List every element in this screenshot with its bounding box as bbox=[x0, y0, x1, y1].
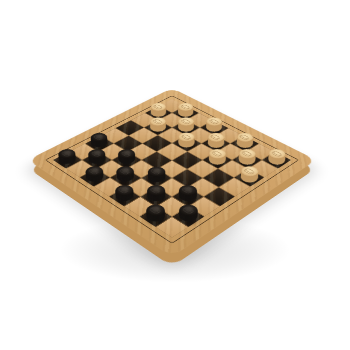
checkers-board: ⛀⛀⛀⛀⛀⛀⛀⛀⛀⛀⛀⛀⛂⛂⛂⛂⛂⛂⛂⛂⛂⛂⛂⛂ bbox=[28, 88, 316, 257]
square-r3c6[interactable]: ⛀ bbox=[203, 152, 231, 168]
board-grid: ⛀⛀⛀⛀⛀⛀⛀⛀⛀⛀⛀⛀⛂⛂⛂⛂⛂⛂⛂⛂⛂⛂⛂⛂ bbox=[53, 99, 291, 237]
product-photo-scene: ⛀⛀⛀⛀⛀⛀⛀⛀⛀⛀⛀⛀⛂⛂⛂⛂⛂⛂⛂⛂⛂⛂⛂⛂ bbox=[0, 0, 350, 350]
checker-black[interactable]: ⛂ bbox=[56, 154, 79, 167]
board-surface: ⛀⛀⛀⛀⛀⛀⛀⛀⛀⛀⛀⛀⛂⛂⛂⛂⛂⛂⛂⛂⛂⛂⛂⛂ bbox=[28, 88, 316, 257]
perspective-container: ⛀⛀⛀⛀⛀⛀⛀⛀⛀⛀⛀⛀⛂⛂⛂⛂⛂⛂⛂⛂⛂⛂⛂⛂ bbox=[0, 0, 350, 350]
